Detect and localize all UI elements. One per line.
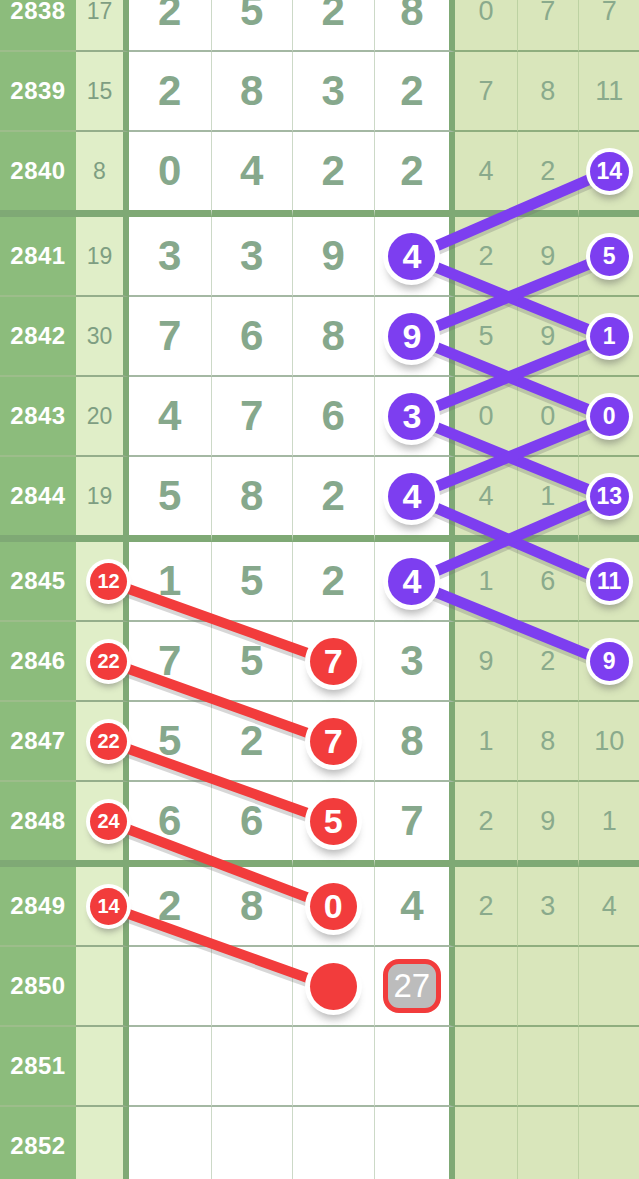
draw-number-cell: 2849 [0,867,76,947]
trend-cell: 9 [517,297,578,377]
trend-cell: 14 [578,132,639,217]
trend-value: 4 [602,891,617,922]
digit-cell: 7 [292,622,374,702]
digit: 8 [400,717,423,765]
trend-cell: 7 [517,0,578,52]
digit-cell: 27 [374,947,456,1027]
marker-value: 0 [324,887,343,926]
marker-value: 12 [97,570,119,593]
marker-value: 4 [402,477,421,516]
digit-cell: 5 [129,457,211,542]
trend-value: 4 [478,156,493,187]
draw-number-cell: 2838 [0,0,76,52]
digit-cell [129,1107,211,1179]
digit-cell: 8 [374,702,456,782]
trend-cell: 1 [517,457,578,542]
red-count-marker: 22 [90,723,127,760]
draw-number: 2839 [10,77,65,105]
stat-cell [76,1107,129,1179]
digit-cell [211,1027,293,1107]
trend-cell: 1 [455,702,516,782]
marker-value: 4 [402,237,421,276]
digit: 2 [322,147,345,195]
trend-value: 7 [478,76,493,107]
marker-value: 7 [324,722,343,761]
purple-trend-marker: 9 [590,642,629,681]
draw-number-cell: 2841 [0,217,76,297]
digit: 8 [240,472,263,520]
draw-number-cell: 2844 [0,457,76,542]
digit-cell: 0 [292,867,374,947]
stat-cell: 14 [76,867,129,947]
trend-cell: 0 [517,377,578,457]
digit: 5 [240,637,263,685]
trend-cell [578,1107,639,1179]
digit-cell: 6 [129,782,211,867]
purple-trend-marker: 0 [590,397,629,436]
trend-cell: 6 [517,542,578,622]
stat-cell: 20 [76,377,129,457]
digit-cell: 2 [211,702,293,782]
stat-cell: 19 [76,217,129,297]
marker-value: 9 [402,317,421,356]
trend-cell [517,947,578,1027]
digit: 5 [240,0,263,35]
digit-cell: 8 [374,0,456,52]
digit-cell [292,1107,374,1179]
draw-number: 2846 [10,647,65,675]
digit-cell: 9 [292,217,374,297]
draw-number: 2841 [10,242,65,270]
trend-cell: 2 [455,782,516,867]
red-digit-marker: 7 [310,718,357,765]
digit-cell: 8 [211,52,293,132]
marker-value: 22 [97,650,119,673]
digit: 3 [400,637,423,685]
digit-cell: 7 [129,622,211,702]
digit-cell: 2 [292,457,374,542]
trend-cell: 9 [578,622,639,702]
trend-cell: 0 [578,377,639,457]
red-count-marker: 24 [90,803,127,840]
trend-cell [455,947,516,1027]
digit-cell: 9 [374,297,456,377]
digit: 2 [240,717,263,765]
digit-cell: 2 [129,867,211,947]
digit-cell: 4 [129,377,211,457]
stat-cell: 30 [76,297,129,377]
trend-cell [517,1107,578,1179]
trend-value: 3 [540,891,555,922]
draw-number: 2838 [10,0,65,25]
trend-cell: 2 [455,217,516,297]
marker-value: 14 [596,158,622,185]
trend-cell: 1 [455,542,516,622]
marker-value: 22 [97,730,119,753]
stat-value: 20 [87,403,113,430]
digit-cell [374,1107,456,1179]
trend-value: 5 [478,321,493,352]
trend-cell: 10 [578,702,639,782]
purple-digit-marker: 4 [388,473,435,520]
trend-cell: 4 [578,867,639,947]
digit-cell: 8 [211,867,293,947]
draw-number: 2851 [10,1052,65,1080]
purple-digit-marker: 4 [388,233,435,280]
trend-value: 9 [540,806,555,837]
digit-cell [129,1027,211,1107]
trend-cell: 11 [578,542,639,622]
trend-value: 1 [602,806,617,837]
digit-cell: 7 [374,782,456,867]
trend-value: 4 [478,481,493,512]
trend-value: 0 [540,401,555,432]
marker-value: 5 [603,243,616,270]
digit-cell: 3 [211,217,293,297]
stat-cell: 12 [76,542,129,622]
draw-number: 2844 [10,482,65,510]
digit: 7 [400,797,423,845]
next-draw-value: 27 [394,967,431,1005]
digit: 7 [240,392,263,440]
trend-cell: 7 [578,0,639,52]
purple-trend-marker: 14 [590,152,629,191]
trend-cell [578,947,639,1027]
draw-number-cell: 2839 [0,52,76,132]
stat-value: 17 [87,0,113,25]
draw-number-cell: 2848 [0,782,76,867]
digit-cell: 6 [292,377,374,457]
trend-cell: 8 [517,702,578,782]
digit: 2 [158,0,181,35]
digit-cell: 1 [129,542,211,622]
marker-value: 1 [603,323,616,350]
trend-cell: 5 [578,217,639,297]
trend-value: 2 [478,241,493,272]
digit-cell: 2 [374,132,456,217]
trend-cell: 0 [455,377,516,457]
digit: 8 [400,0,423,35]
trend-value: 9 [540,321,555,352]
digit-cell: 2 [292,132,374,217]
digit-cell: 4 [374,457,456,542]
digit: 2 [322,472,345,520]
trend-cell: 2 [517,622,578,702]
trend-value: 7 [540,0,555,27]
digit: 6 [240,797,263,845]
digit-cell: 4 [211,132,293,217]
draw-number: 2847 [10,727,65,755]
draw-number: 2850 [10,972,65,1000]
digit: 3 [322,67,345,115]
draw-number: 2848 [10,807,65,835]
digit: 7 [158,637,181,685]
trend-value: 9 [540,241,555,272]
stat-cell: 15 [76,52,129,132]
digit-cell [292,1027,374,1107]
digit: 1 [158,557,181,605]
purple-trend-marker: 11 [590,562,629,601]
marker-value: 0 [603,403,616,430]
digit-cell: 2 [292,542,374,622]
digit-cell: 2 [129,0,211,52]
trend-value: 1 [478,566,493,597]
trend-value: 8 [540,726,555,757]
trend-cell: 8 [517,52,578,132]
trend-cell: 11 [578,52,639,132]
red-digit-marker: 5 [310,798,357,845]
red-count-marker: 22 [90,643,127,680]
digit-cell: 3 [129,217,211,297]
trend-value: 1 [478,726,493,757]
stat-cell: 22 [76,622,129,702]
digit-cell: 6 [211,782,293,867]
purple-trend-marker: 13 [590,477,629,516]
trend-value: 8 [540,76,555,107]
digit-cell [211,947,293,1027]
marker-value: 3 [402,397,421,436]
red-digit-marker: 7 [310,638,357,685]
draw-number-cell: 2846 [0,622,76,702]
digit: 8 [240,67,263,115]
stat-cell [76,1027,129,1107]
digit-cell: 7 [292,702,374,782]
digit: 4 [158,392,181,440]
purple-digit-marker: 4 [388,558,435,605]
digit-cell: 8 [292,297,374,377]
digit-cell: 2 [292,0,374,52]
red-count-marker: 14 [90,888,127,925]
marker-value: 13 [596,483,622,510]
digit: 4 [240,147,263,195]
draw-number-cell: 2852 [0,1107,76,1179]
stat-value: 19 [87,243,113,270]
trend-cell: 3 [517,867,578,947]
stat-cell: 8 [76,132,129,217]
digit-cell: 5 [211,622,293,702]
digit-cell [292,947,374,1027]
draw-number: 2849 [10,892,65,920]
marker-value: 11 [597,568,621,595]
draw-number: 2843 [10,402,65,430]
digit: 3 [240,232,263,280]
digit-cell: 3 [374,622,456,702]
trend-cell: 2 [517,132,578,217]
marker-value: 4 [402,562,421,601]
digit-cell: 2 [374,52,456,132]
marker-value: 7 [324,642,343,681]
draw-number-cell: 2842 [0,297,76,377]
stat-cell: 22 [76,702,129,782]
trend-value: 9 [478,646,493,677]
trend-value: 10 [594,726,624,757]
digit-cell: 5 [292,782,374,867]
trend-value: 2 [478,806,493,837]
stat-cell: 17 [76,0,129,52]
trend-cell: 1 [578,782,639,867]
digit: 6 [240,312,263,360]
purple-trend-marker: 5 [590,237,629,276]
digit-cell: 4 [374,867,456,947]
digit-cell: 4 [374,542,456,622]
draw-number-cell: 2850 [0,947,76,1027]
stat-value: 8 [93,158,106,185]
digit-cell: 6 [211,297,293,377]
stat-cell: 24 [76,782,129,867]
digit: 2 [400,67,423,115]
marker-value: 9 [603,648,616,675]
trend-cell: 9 [517,782,578,867]
marker-value: 14 [97,895,119,918]
trend-cell: 7 [455,52,516,132]
digit: 5 [240,557,263,605]
stat-value: 15 [87,78,113,105]
purple-digit-marker: 3 [388,393,435,440]
digit: 8 [240,882,263,930]
digit: 4 [400,882,423,930]
red-count-marker: 12 [90,563,127,600]
digit-cell [374,1027,456,1107]
digit-cell: 5 [129,702,211,782]
digit-cell: 7 [211,377,293,457]
digit: 5 [158,717,181,765]
trend-value: 0 [478,0,493,27]
trend-cell: 2 [455,867,516,947]
trend-cell: 9 [517,217,578,297]
digit: 3 [158,232,181,280]
digit: 6 [322,392,345,440]
draw-number: 2845 [10,567,65,595]
stat-cell [76,947,129,1027]
trend-value: 6 [540,566,555,597]
trend-grid: 2838172528077283915283278112840804224214… [0,0,639,1179]
trend-cell: 1 [578,297,639,377]
next-draw-box: 27 [383,959,441,1013]
trend-cell: 0 [455,0,516,52]
trend-cell: 4 [455,132,516,217]
digit-cell: 3 [292,52,374,132]
stat-value: 30 [87,323,113,350]
red-digit-marker: 0 [310,883,357,930]
digit: 5 [158,472,181,520]
digit-cell [129,947,211,1027]
trend-cell: 9 [455,622,516,702]
purple-trend-marker: 1 [590,317,629,356]
digit: 0 [158,147,181,195]
draw-number: 2842 [10,322,65,350]
marker-value: 24 [97,810,119,833]
digit: 6 [158,797,181,845]
digit-cell: 8 [211,457,293,542]
draw-number: 2840 [10,157,65,185]
digit-cell: 0 [129,132,211,217]
draw-number-cell: 2840 [0,132,76,217]
digit: 2 [400,147,423,195]
digit: 7 [158,312,181,360]
digit: 8 [322,312,345,360]
trend-value: 2 [478,891,493,922]
marker-value: 5 [324,802,343,841]
trend-value: 2 [540,156,555,187]
trend-cell [455,1027,516,1107]
draw-number-cell: 2847 [0,702,76,782]
stat-cell: 19 [76,457,129,542]
draw-number-cell: 2843 [0,377,76,457]
draw-number: 2852 [10,1132,65,1160]
red-dot-marker [310,963,357,1010]
trend-value: 0 [478,401,493,432]
purple-digit-marker: 9 [388,313,435,360]
trend-value: 7 [602,0,617,27]
digit-cell: 4 [374,217,456,297]
digit: 2 [158,67,181,115]
digit: 2 [158,882,181,930]
trend-cell [517,1027,578,1107]
trend-cell: 4 [455,457,516,542]
draw-number-cell: 2851 [0,1027,76,1107]
trend-cell: 13 [578,457,639,542]
digit-cell [211,1107,293,1179]
digit: 9 [322,232,345,280]
digit: 2 [322,557,345,605]
trend-cell: 5 [455,297,516,377]
digit: 2 [322,0,345,35]
trend-value: 11 [595,76,623,107]
digit-cell: 2 [129,52,211,132]
digit-cell: 5 [211,0,293,52]
trend-cell [455,1107,516,1179]
trend-cell [578,1027,639,1107]
lottery-trend-board: 2838172528077283915283278112840804224214… [0,0,639,1179]
digit-cell: 7 [129,297,211,377]
trend-value: 1 [540,481,555,512]
digit-cell: 5 [211,542,293,622]
trend-value: 2 [540,646,555,677]
digit-cell: 3 [374,377,456,457]
draw-number-cell: 2845 [0,542,76,622]
stat-value: 19 [87,483,113,510]
